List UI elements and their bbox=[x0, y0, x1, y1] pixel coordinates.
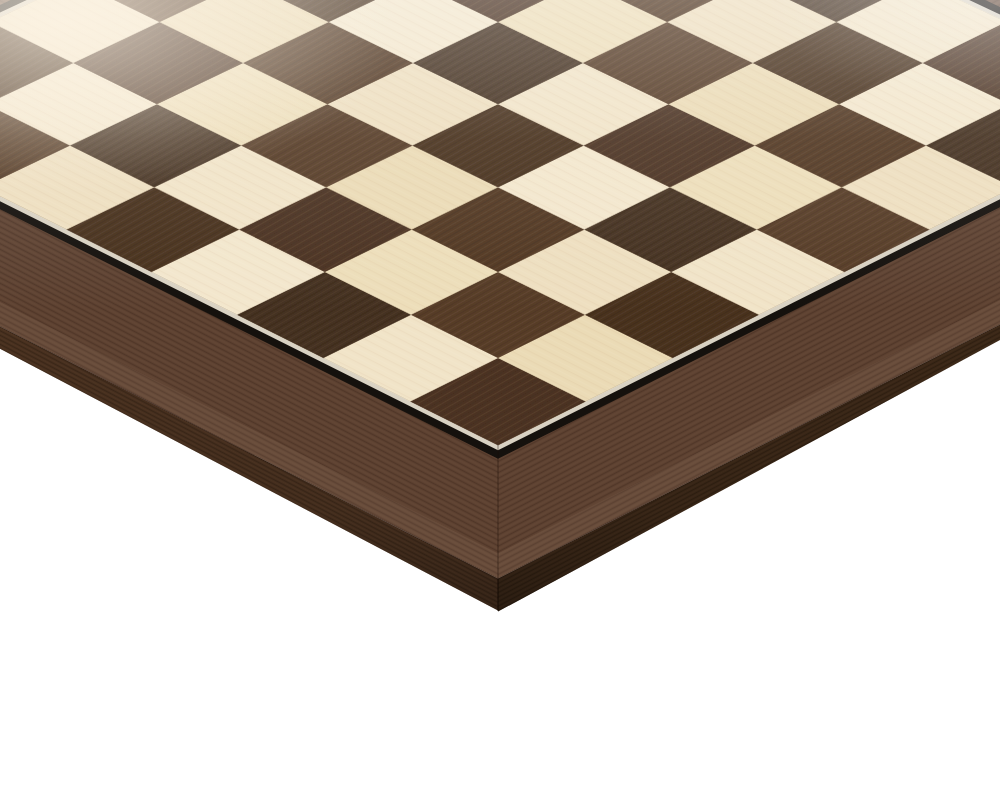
photo-haze bbox=[0, 0, 1000, 310]
chessboard-photo bbox=[0, 0, 1000, 800]
product-photo-stage bbox=[0, 0, 1000, 800]
